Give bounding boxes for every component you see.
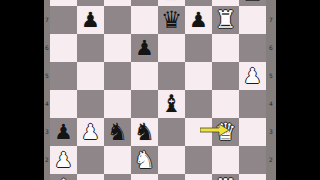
piece-white-rook-g7[interactable]: ♜ (212, 6, 239, 34)
square-f1[interactable] (185, 174, 212, 180)
rank-coordinate-gutter-right: 765432 (266, 0, 276, 180)
square-b6[interactable] (77, 34, 104, 62)
piece-black-knight-c3[interactable]: ♞ (104, 118, 131, 146)
rank-label-2: 2 (266, 157, 276, 163)
square-d4[interactable] (131, 90, 158, 118)
piece-black-pawn-f7[interactable]: ♟ (185, 6, 212, 34)
square-d7[interactable] (131, 6, 158, 34)
piece-black-pawn-d6[interactable]: ♟ (131, 34, 158, 62)
square-e7[interactable]: ♛ (158, 6, 185, 34)
square-a1[interactable]: ♚ (50, 174, 77, 180)
square-e3[interactable] (158, 118, 185, 146)
square-a3[interactable]: ♟ (50, 118, 77, 146)
piece-white-rook-g1[interactable]: ♜ (212, 174, 239, 180)
square-e4[interactable]: ♝ (158, 90, 185, 118)
square-g5[interactable] (212, 62, 239, 90)
piece-white-king-a1[interactable]: ♚ (50, 174, 77, 180)
square-d3[interactable]: ♞ (131, 118, 158, 146)
square-c5[interactable] (104, 62, 131, 90)
square-c6[interactable] (104, 34, 131, 62)
square-c4[interactable] (104, 90, 131, 118)
move-highlight-arrow (200, 123, 230, 137)
square-b3[interactable]: ♟ (77, 118, 104, 146)
rank-label-3: 3 (266, 129, 276, 135)
square-e1[interactable] (158, 174, 185, 180)
rank-label-7: 7 (266, 17, 276, 23)
square-e2[interactable] (158, 146, 185, 174)
square-f7[interactable]: ♟ (185, 6, 212, 34)
piece-white-pawn-h5[interactable]: ♟ (239, 62, 266, 90)
piece-black-pawn-b7[interactable]: ♟ (77, 6, 104, 34)
square-b1[interactable] (77, 174, 104, 180)
square-f5[interactable] (185, 62, 212, 90)
chess-thumbnail-stage: 765432 765432 ♚♜♟♛♟♜♟♟♝♟♟♞♞♛♟♞♚♜ (0, 0, 320, 180)
square-g6[interactable] (212, 34, 239, 62)
rank-label-6: 6 (266, 45, 276, 51)
square-c2[interactable] (104, 146, 131, 174)
piece-white-knight-d2[interactable]: ♞ (131, 146, 158, 174)
piece-white-pawn-a2[interactable]: ♟ (50, 146, 77, 174)
square-b4[interactable] (77, 90, 104, 118)
square-a5[interactable] (50, 62, 77, 90)
square-h6[interactable] (239, 34, 266, 62)
square-g7[interactable]: ♜ (212, 6, 239, 34)
letterbox-bar-left (0, 0, 44, 180)
square-h5[interactable]: ♟ (239, 62, 266, 90)
square-c1[interactable] (104, 174, 131, 180)
square-a6[interactable] (50, 34, 77, 62)
letterbox-bar-right (276, 0, 320, 180)
square-g1[interactable]: ♜ (212, 174, 239, 180)
square-f6[interactable] (185, 34, 212, 62)
square-g4[interactable] (212, 90, 239, 118)
square-b2[interactable] (77, 146, 104, 174)
piece-black-knight-d3[interactable]: ♞ (131, 118, 158, 146)
square-f4[interactable] (185, 90, 212, 118)
square-f2[interactable] (185, 146, 212, 174)
square-d2[interactable]: ♞ (131, 146, 158, 174)
chess-board[interactable]: ♚♜♟♛♟♜♟♟♝♟♟♞♞♛♟♞♚♜ (50, 0, 266, 180)
rank-label-4: 4 (266, 101, 276, 107)
square-c7[interactable] (104, 6, 131, 34)
square-h4[interactable] (239, 90, 266, 118)
piece-black-queen-e7[interactable]: ♛ (158, 6, 185, 34)
square-b5[interactable] (77, 62, 104, 90)
square-g2[interactable] (212, 146, 239, 174)
piece-black-pawn-a3[interactable]: ♟ (50, 118, 77, 146)
square-e6[interactable] (158, 34, 185, 62)
square-h1[interactable] (239, 174, 266, 180)
square-d1[interactable] (131, 174, 158, 180)
piece-white-pawn-b3[interactable]: ♟ (77, 118, 104, 146)
square-h3[interactable] (239, 118, 266, 146)
square-h7[interactable] (239, 6, 266, 34)
square-b7[interactable]: ♟ (77, 6, 104, 34)
square-a7[interactable] (50, 6, 77, 34)
square-c3[interactable]: ♞ (104, 118, 131, 146)
square-a2[interactable]: ♟ (50, 146, 77, 174)
square-a4[interactable] (50, 90, 77, 118)
piece-black-bishop-e4[interactable]: ♝ (158, 90, 185, 118)
square-d6[interactable]: ♟ (131, 34, 158, 62)
square-d5[interactable] (131, 62, 158, 90)
square-h2[interactable] (239, 146, 266, 174)
rank-label-5: 5 (266, 73, 276, 79)
square-e5[interactable] (158, 62, 185, 90)
